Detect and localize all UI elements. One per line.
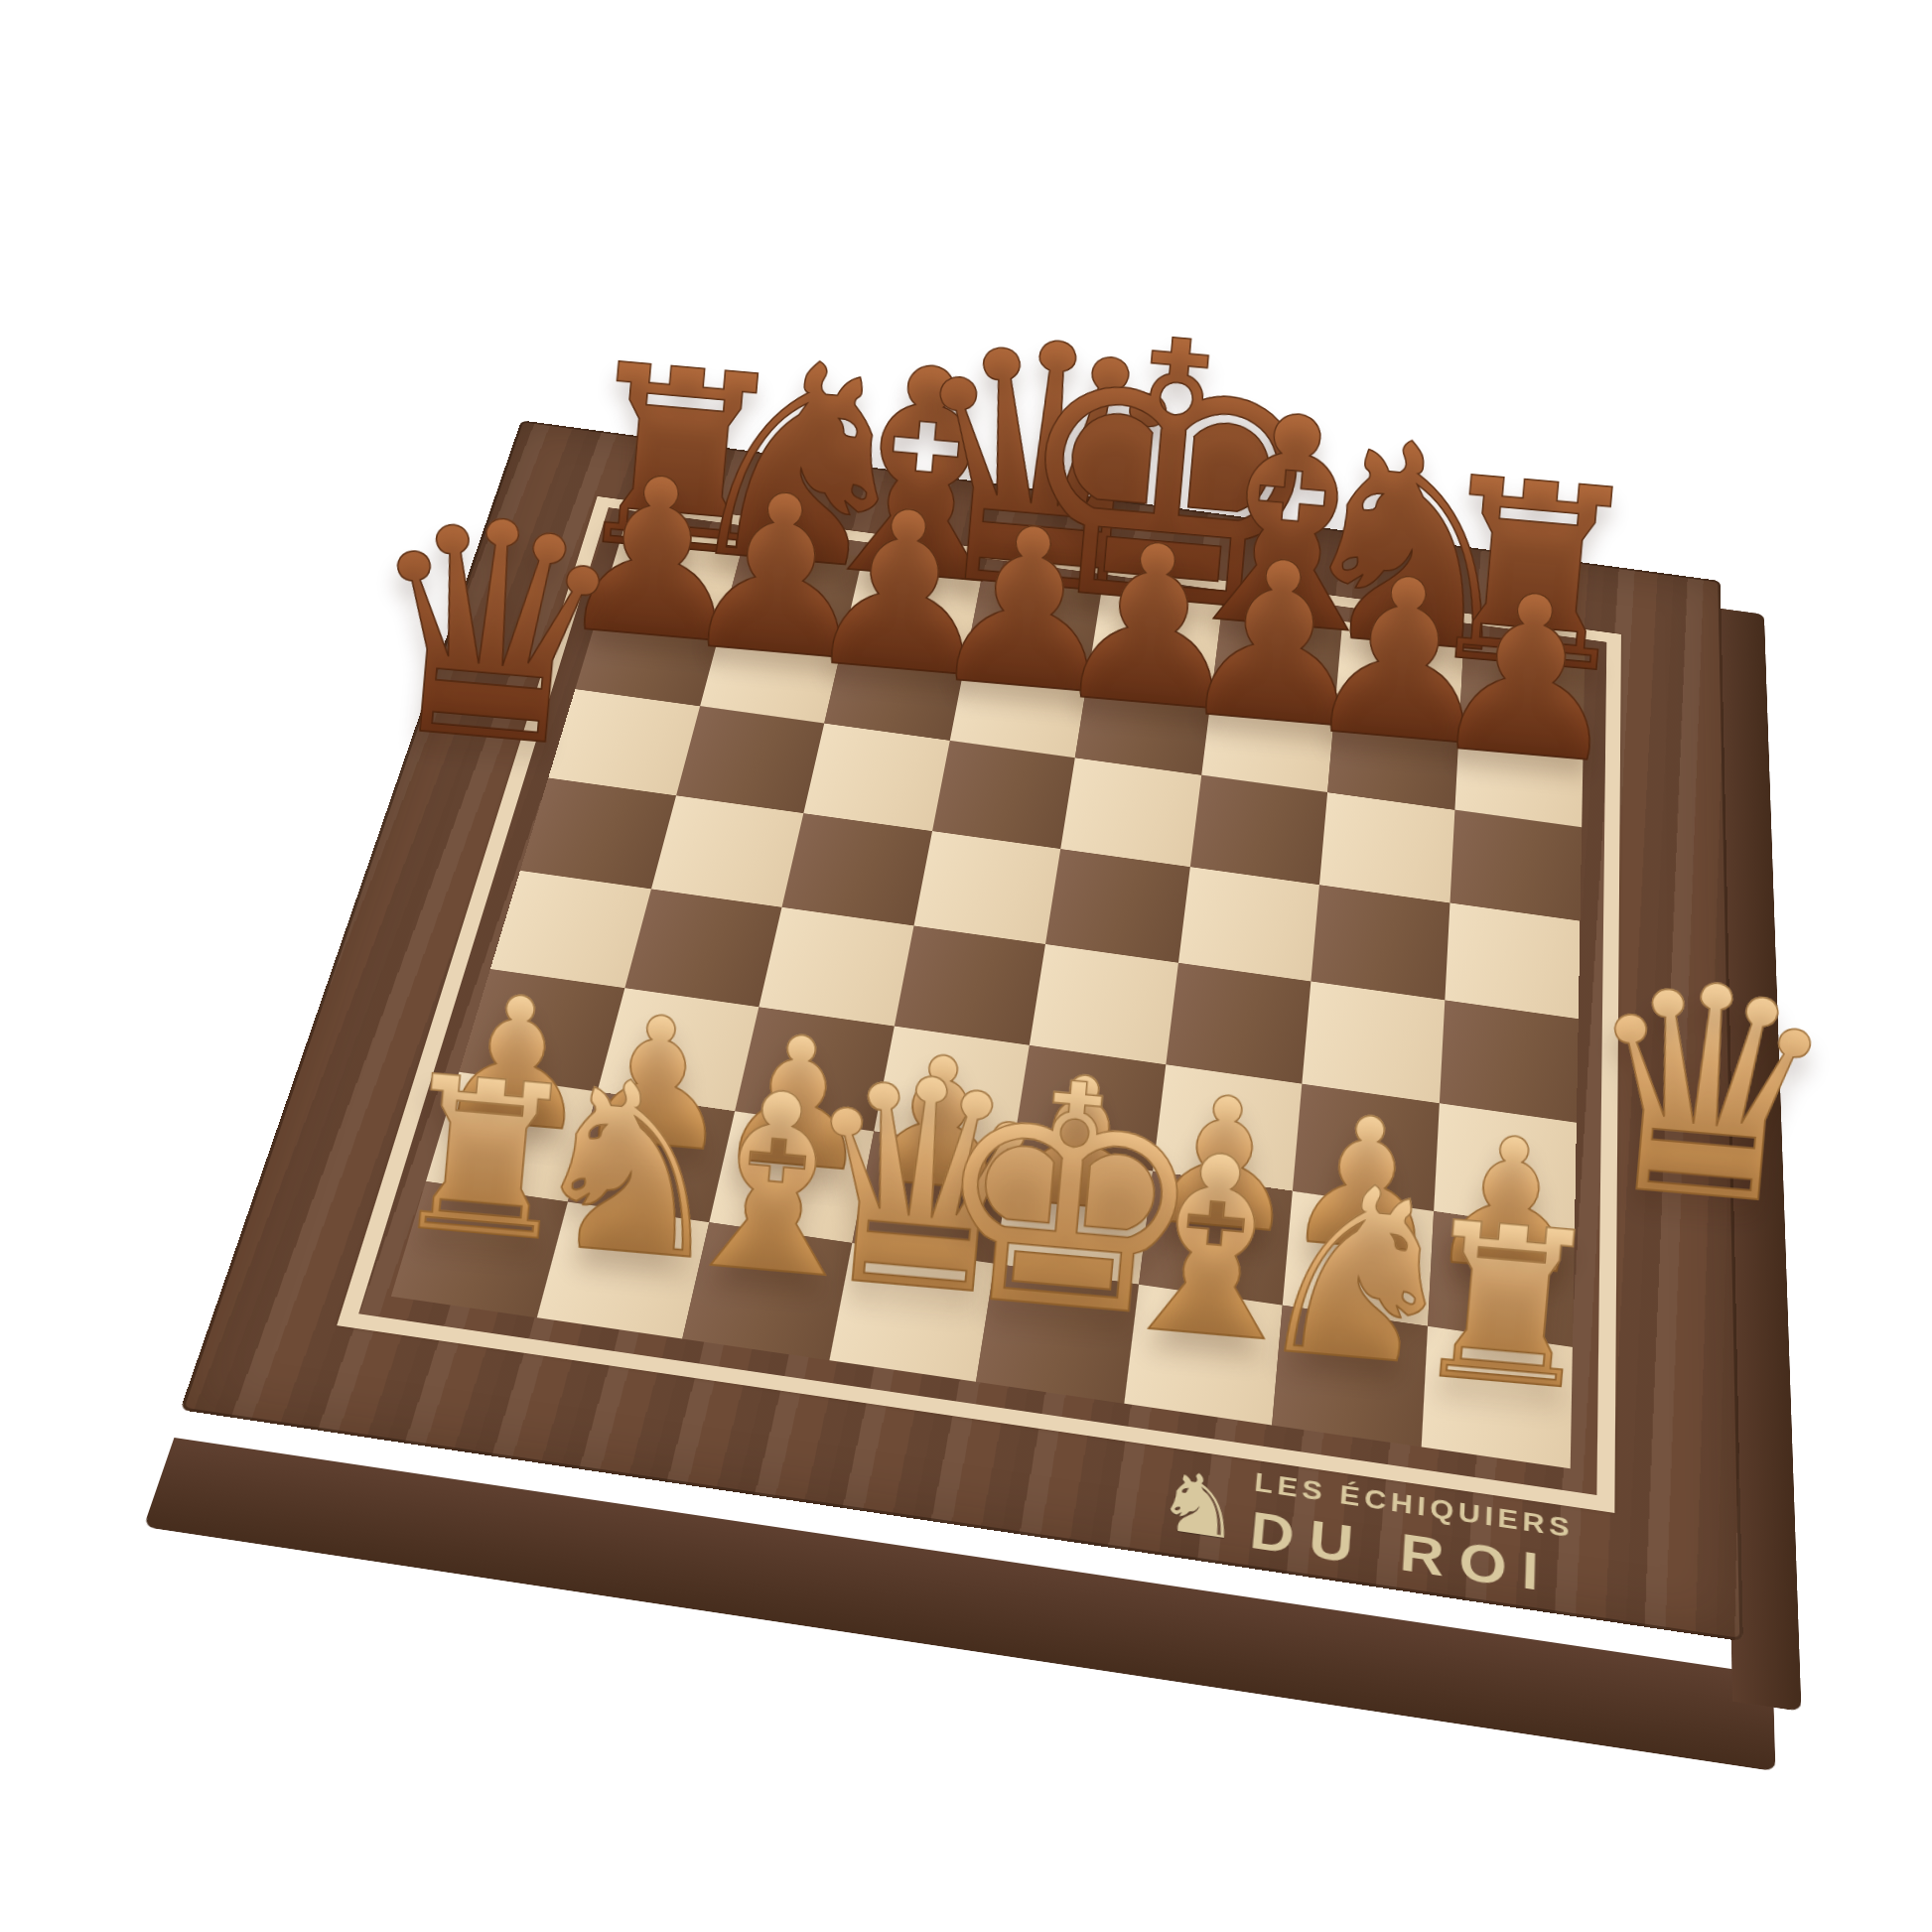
chess-board: ♜♞♝♛♚♝♞♜♟♟♟♟♟♟♟♟♟♟♟♟♟♟♟♟♜♞♝♛♚♝♞♜ ♞ LES É… bbox=[180, 420, 1742, 1641]
square-h6[interactable] bbox=[1449, 810, 1582, 921]
square-e5[interactable] bbox=[1045, 849, 1189, 963]
square-f5[interactable] bbox=[1177, 867, 1319, 982]
square-c6[interactable] bbox=[803, 723, 949, 830]
photo-scene: ♜♞♝♛♚♝♞♜♟♟♟♟♟♟♟♟♟♟♟♟♟♟♟♟♜♞♝♛♚♝♞♜ ♞ LES É… bbox=[0, 0, 1932, 1932]
brand-logo-text: LES ÉCHIQUIERS DU ROI bbox=[1247, 1467, 1574, 1606]
spare-piece-black-queen[interactable]: ♛ bbox=[346, 473, 639, 793]
square-b6[interactable] bbox=[676, 706, 825, 813]
square-h1[interactable]: ♜ bbox=[1421, 1325, 1573, 1468]
square-g6[interactable] bbox=[1319, 792, 1454, 902]
square-h5[interactable] bbox=[1445, 902, 1581, 1019]
square-g5[interactable] bbox=[1311, 885, 1449, 1000]
square-c5[interactable] bbox=[782, 813, 932, 926]
king-on-horseback-emblem-icon: ♞ bbox=[1151, 1457, 1246, 1553]
square-d6[interactable] bbox=[932, 741, 1075, 849]
brand-logo: ♞ LES ÉCHIQUIERS DU ROI bbox=[1151, 1454, 1574, 1606]
square-b5[interactable] bbox=[651, 795, 804, 907]
square-h7[interactable]: ♟ bbox=[1454, 722, 1584, 827]
square-e6[interactable] bbox=[1060, 758, 1200, 867]
square-f6[interactable] bbox=[1189, 775, 1327, 885]
square-a5[interactable] bbox=[520, 777, 676, 889]
square-d5[interactable] bbox=[913, 831, 1060, 944]
piece-black-pawn-h7[interactable]: ♟ bbox=[1421, 559, 1637, 795]
piece-white-rook-h1[interactable]: ♜ bbox=[1401, 1191, 1612, 1423]
